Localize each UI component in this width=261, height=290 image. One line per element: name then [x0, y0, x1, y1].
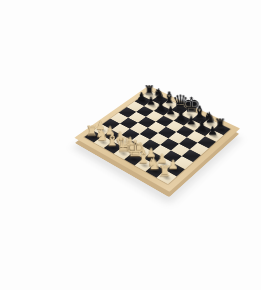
photo-scene: ♜♞♝♛♚♝♞♜♟♟♟♟♟♟♟♟♟♟♟♟♟♟♟♟♜♞♝♛♚♝♞♜ [0, 0, 261, 290]
piece-contact-shadow [107, 144, 119, 152]
square-h7: ♟ [205, 130, 223, 142]
square-b2: ♟ [103, 130, 121, 142]
piece-contact-shadow [106, 132, 118, 140]
squares-grid: ♜♞♝♛♚♝♞♜♟♟♟♟♟♟♟♟♟♟♟♟♟♟♟♟♜♞♝♛♚♝♞♜ [84, 91, 230, 184]
piece-contact-shadow [126, 143, 138, 151]
piece-contact-shadow [136, 148, 149, 156]
piece-contact-shadow [160, 173, 173, 182]
piece-contact-shadow [215, 126, 227, 133]
product-photo: ♜♞♝♛♚♝♞♜♟♟♟♟♟♟♟♟♟♟♟♟♟♟♟♟♜♞♝♛♚♝♞♜ [0, 0, 261, 290]
piece-contact-shadow [116, 137, 128, 145]
piece-contact-shadow [117, 149, 130, 157]
piece-contact-shadow [197, 127, 209, 134]
chess-board: ♜♞♝♛♚♝♞♜♟♟♟♟♟♟♟♟♟♟♟♟♟♟♟♟♜♞♝♛♚♝♞♜ [74, 86, 240, 192]
piece-contact-shadow [97, 138, 109, 146]
piece-contact-shadow [96, 127, 108, 134]
square-e3 [142, 139, 161, 151]
board-frame: ♜♞♝♛♚♝♞♜♟♟♟♟♟♟♟♟♟♟♟♟♟♟♟♟♜♞♝♛♚♝♞♜ [74, 86, 240, 192]
